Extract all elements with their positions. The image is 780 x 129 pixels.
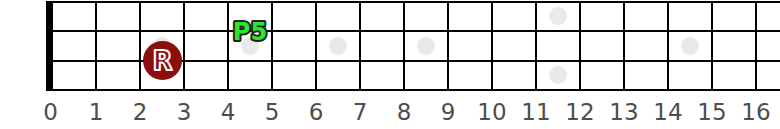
fretboard: RP5 (0, 0, 780, 92)
fret-number: 16 (741, 99, 770, 125)
root-marker: R (143, 41, 182, 80)
fret-line (447, 1, 449, 92)
inlay-dot (549, 66, 567, 84)
fret-number: 4 (221, 99, 236, 125)
fret-number: 10 (477, 99, 506, 125)
fret-number: 7 (353, 99, 368, 125)
fret-line (623, 1, 625, 92)
interval-marker-label: P5 (233, 18, 267, 46)
root-marker-label: R (152, 46, 172, 76)
inlay-dot (329, 37, 347, 55)
fret-number: 12 (565, 99, 594, 125)
inlay-dot (417, 37, 435, 55)
fret-number: 11 (521, 99, 550, 125)
fret-line (403, 1, 405, 92)
fret-number: 13 (609, 99, 638, 125)
fret-line (711, 1, 713, 92)
fret-line (535, 1, 537, 92)
string-line (46, 1, 780, 3)
fret-line (95, 1, 97, 92)
fret-number: 3 (177, 99, 192, 125)
fret-number: 8 (397, 99, 412, 125)
fret-number: 2 (133, 99, 148, 125)
string-line (46, 30, 780, 32)
fret-line (579, 1, 581, 92)
fret-number: 6 (309, 99, 324, 125)
fret-number: 1 (89, 99, 104, 125)
fret-line (755, 1, 757, 92)
fretboard-diagram: RP5 012345678910111213141516 (0, 0, 780, 129)
inlay-dot (681, 37, 699, 55)
fret-line (667, 1, 669, 92)
fret-line (315, 1, 317, 92)
string-line (46, 89, 780, 91)
fret-line (359, 1, 361, 92)
inlay-dot (549, 7, 567, 25)
fret-line (183, 1, 185, 92)
interval-marker: P5 (222, 14, 278, 48)
fret-number-row: 012345678910111213141516 (0, 99, 780, 129)
fret-number: 15 (697, 99, 726, 125)
nut (46, 1, 53, 92)
fret-number: 0 (43, 99, 58, 125)
fret-number: 9 (441, 99, 456, 125)
fret-line (491, 1, 493, 92)
fret-number: 14 (653, 99, 682, 125)
fret-line (139, 1, 141, 92)
fret-number: 5 (265, 99, 280, 125)
